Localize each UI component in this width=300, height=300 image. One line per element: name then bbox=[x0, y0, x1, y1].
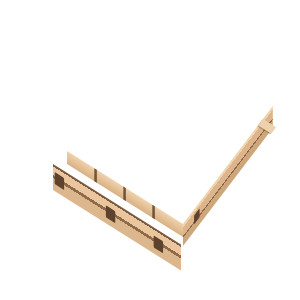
block-gap bbox=[152, 205, 154, 219]
base-notch bbox=[55, 172, 64, 190]
side-notch bbox=[194, 208, 200, 224]
base-notch bbox=[154, 235, 163, 253]
block-gap bbox=[123, 186, 125, 200]
block-gap bbox=[94, 168, 96, 182]
base-notch bbox=[106, 205, 115, 223]
product-photo-montessori-cylinder-blocks bbox=[0, 0, 300, 300]
